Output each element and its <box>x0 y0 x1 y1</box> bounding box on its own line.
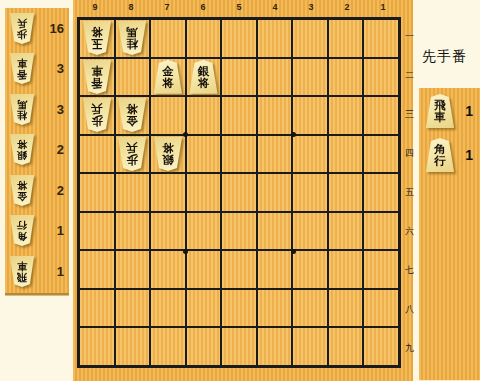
koma-kanji: 銀 <box>198 65 210 77</box>
cell-5-4[interactable] <box>222 136 256 173</box>
koma-kanji: 将 <box>198 77 210 89</box>
file-labels: 987654321 <box>77 0 401 14</box>
cell-5-2[interactable] <box>222 59 256 96</box>
cell-8-6[interactable] <box>116 213 150 250</box>
sente-hand-item: 飛車1 <box>419 88 480 132</box>
star-point <box>183 132 188 137</box>
koma-sente-hisha[interactable]: 飛車 <box>425 94 455 128</box>
cell-8-3[interactable]: 金将 <box>116 97 150 134</box>
shogi-board: 玉将桂馬香車金将銀将歩兵金将歩兵銀将 <box>77 17 401 368</box>
koma-kanji: 行 <box>17 220 27 231</box>
koma-kanji: 香 <box>91 77 103 89</box>
rank-label-3: 三 <box>402 95 417 134</box>
hand-count: 16 <box>50 21 64 36</box>
cell-4-9[interactable] <box>258 328 292 365</box>
cell-8-5[interactable] <box>116 174 150 211</box>
rank-label-5: 五 <box>402 173 417 212</box>
cell-6-5[interactable] <box>187 174 221 211</box>
cell-5-1[interactable] <box>222 20 256 57</box>
file-label-5: 5 <box>221 0 257 14</box>
koma-gote-kin[interactable]: 金将 <box>9 175 35 206</box>
cell-9-8[interactable] <box>80 290 114 327</box>
cell-9-4[interactable] <box>80 136 114 173</box>
cell-4-3[interactable] <box>258 97 292 134</box>
cell-3-8[interactable] <box>293 290 327 327</box>
cell-7-2[interactable]: 金将 <box>151 59 185 96</box>
cell-6-8[interactable] <box>187 290 221 327</box>
koma-kanji: 桂 <box>17 109 27 120</box>
board-region: 987654321 玉将桂馬香車金将銀将歩兵金将歩兵銀将 一二三四五六七八九 <box>73 0 413 381</box>
koma-gote-kyo[interactable]: 香車 <box>82 60 112 94</box>
koma-face: 金将 <box>153 60 183 94</box>
koma-sente-kaku[interactable]: 角行 <box>425 138 455 172</box>
koma-kanji: 飛 <box>434 99 446 111</box>
cell-2-3[interactable] <box>329 97 363 134</box>
koma-kanji: 行 <box>434 155 446 167</box>
hand-count: 2 <box>57 142 64 157</box>
cell-6-1[interactable] <box>187 20 221 57</box>
koma-kanji: 金 <box>162 65 174 77</box>
cell-3-7[interactable] <box>293 251 327 288</box>
koma-kanji: 桂 <box>127 38 139 50</box>
star-point <box>291 249 296 254</box>
koma-face: 香車 <box>82 60 112 94</box>
cell-1-6[interactable] <box>364 213 398 250</box>
cell-1-9[interactable] <box>364 328 398 365</box>
koma-gote-kei[interactable]: 桂馬 <box>117 21 147 55</box>
koma-kanji: 馬 <box>17 99 27 110</box>
cell-2-6[interactable] <box>329 213 363 250</box>
koma-kanji: 車 <box>17 58 27 69</box>
koma-face: 歩兵 <box>117 137 147 171</box>
gote-hand-item: 銀将2 <box>5 130 69 171</box>
hand-count: 1 <box>465 103 473 119</box>
cell-4-4[interactable] <box>258 136 292 173</box>
cell-3-6[interactable] <box>293 213 327 250</box>
cell-1-1[interactable] <box>364 20 398 57</box>
koma-face: 金将 <box>9 175 35 206</box>
hand-count: 1 <box>465 147 473 163</box>
koma-gote-kyo[interactable]: 香車 <box>9 53 35 84</box>
cell-7-8[interactable] <box>151 290 185 327</box>
cell-3-9[interactable] <box>293 328 327 365</box>
cell-6-2[interactable]: 銀将 <box>187 59 221 96</box>
koma-gote-kaku[interactable]: 角行 <box>9 215 35 246</box>
koma-sente-gin[interactable]: 銀将 <box>188 60 218 94</box>
cell-1-4[interactable] <box>364 136 398 173</box>
koma-face: 銀将 <box>153 137 183 171</box>
cell-6-6[interactable] <box>187 213 221 250</box>
koma-kanji: 兵 <box>127 142 139 154</box>
koma-kanji: 兵 <box>17 18 27 29</box>
cell-1-5[interactable] <box>364 174 398 211</box>
file-label-7: 7 <box>149 0 185 14</box>
koma-kanji: 歩 <box>17 28 27 39</box>
rank-label-4: 四 <box>402 134 417 173</box>
hand-count: 1 <box>57 223 64 238</box>
gote-hand-item: 香車3 <box>5 49 69 90</box>
cell-8-9[interactable] <box>116 328 150 365</box>
koma-kanji: 将 <box>91 26 103 38</box>
koma-face: 歩兵 <box>82 98 112 132</box>
file-label-3: 3 <box>293 0 329 14</box>
cell-1-3[interactable] <box>364 97 398 134</box>
koma-kanji: 金 <box>17 190 27 201</box>
koma-kanji: 車 <box>17 261 27 272</box>
cell-7-3[interactable] <box>151 97 185 134</box>
cell-7-7[interactable] <box>151 251 185 288</box>
cell-5-3[interactable] <box>222 97 256 134</box>
koma-kanji: 角 <box>17 231 27 242</box>
koma-kanji: 香 <box>17 69 27 80</box>
koma-face: 歩兵 <box>9 13 35 44</box>
cell-7-5[interactable] <box>151 174 185 211</box>
gote-hand-item: 歩兵16 <box>5 8 69 49</box>
cell-4-8[interactable] <box>258 290 292 327</box>
file-label-4: 4 <box>257 0 293 14</box>
cell-2-8[interactable] <box>329 290 363 327</box>
cell-7-9[interactable] <box>151 328 185 365</box>
gote-hand-tray: 歩兵16香車3桂馬3銀将2金将2角行1飛車1 <box>5 8 69 295</box>
cell-5-9[interactable] <box>222 328 256 365</box>
cell-3-5[interactable] <box>293 174 327 211</box>
sente-hand-tray: 飛車1角行1 <box>419 88 480 381</box>
cell-6-3[interactable] <box>187 97 221 134</box>
koma-face: 銀将 <box>188 60 218 94</box>
star-point <box>183 249 188 254</box>
gote-hand-item: 飛車1 <box>5 251 69 292</box>
hand-count: 1 <box>57 264 64 279</box>
koma-gote-hisha[interactable]: 飛車 <box>9 256 35 287</box>
cell-3-3[interactable] <box>293 97 327 134</box>
koma-kanji: 車 <box>434 111 446 123</box>
koma-gote-gin[interactable]: 銀将 <box>9 134 35 165</box>
file-label-8: 8 <box>113 0 149 14</box>
cell-1-8[interactable] <box>364 290 398 327</box>
gote-hand-item: 桂馬3 <box>5 89 69 130</box>
cell-1-7[interactable] <box>364 251 398 288</box>
cell-5-6[interactable] <box>222 213 256 250</box>
koma-kanji: 金 <box>127 115 139 127</box>
cell-4-6[interactable] <box>258 213 292 250</box>
koma-face: 桂馬 <box>117 21 147 55</box>
cell-8-1[interactable]: 桂馬 <box>116 20 150 57</box>
koma-kanji: 将 <box>162 142 174 154</box>
gote-hand-item: 金将2 <box>5 170 69 211</box>
cell-7-6[interactable] <box>151 213 185 250</box>
rank-label-8: 八 <box>402 290 417 329</box>
cell-7-1[interactable] <box>151 20 185 57</box>
cell-4-7[interactable] <box>258 251 292 288</box>
cell-2-1[interactable] <box>329 20 363 57</box>
koma-face: 飛車 <box>425 94 455 128</box>
koma-face: 桂馬 <box>9 94 35 125</box>
rank-labels: 一二三四五六七八九 <box>402 17 417 368</box>
koma-kanji: 角 <box>434 143 446 155</box>
koma-kanji: 銀 <box>162 154 174 166</box>
cell-6-7[interactable] <box>187 251 221 288</box>
cell-2-9[interactable] <box>329 328 363 365</box>
sente-hand-item: 角行1 <box>419 132 480 176</box>
file-label-2: 2 <box>329 0 365 14</box>
koma-gote-fu[interactable]: 歩兵 <box>82 98 112 132</box>
koma-face: 飛車 <box>9 256 35 287</box>
koma-sente-kin[interactable]: 金将 <box>153 60 183 94</box>
cell-8-2[interactable] <box>116 59 150 96</box>
file-label-9: 9 <box>77 0 113 14</box>
hand-count: 2 <box>57 183 64 198</box>
koma-kanji: 銀 <box>17 150 27 161</box>
koma-gote-fu[interactable]: 歩兵 <box>9 13 35 44</box>
cell-8-7[interactable] <box>116 251 150 288</box>
shogi-diagram: 歩兵16香車3桂馬3銀将2金将2角行1飛車1 987654321 玉将桂馬香車金… <box>0 0 480 381</box>
rank-label-1: 一 <box>402 17 417 56</box>
koma-kanji: 将 <box>162 77 174 89</box>
koma-gote-kei[interactable]: 桂馬 <box>9 94 35 125</box>
cell-6-4[interactable] <box>187 136 221 173</box>
koma-kanji: 歩 <box>91 115 103 127</box>
koma-face: 香車 <box>9 53 35 84</box>
koma-kanji: 飛 <box>17 271 27 282</box>
cell-9-2[interactable]: 香車 <box>80 59 114 96</box>
file-label-1: 1 <box>365 0 401 14</box>
rank-label-6: 六 <box>402 212 417 251</box>
cell-9-3[interactable]: 歩兵 <box>80 97 114 134</box>
koma-kanji: 将 <box>127 103 139 115</box>
rank-label-7: 七 <box>402 251 417 290</box>
koma-face: 玉将 <box>82 21 112 55</box>
cell-4-1[interactable] <box>258 20 292 57</box>
turn-indicator: 先手番 <box>422 48 467 66</box>
cell-3-1[interactable] <box>293 20 327 57</box>
koma-gote-gin[interactable]: 銀将 <box>153 137 183 171</box>
koma-gote-fu[interactable]: 歩兵 <box>117 137 147 171</box>
koma-face: 角行 <box>425 138 455 172</box>
cell-9-1[interactable]: 玉将 <box>80 20 114 57</box>
cell-2-4[interactable] <box>329 136 363 173</box>
rank-label-2: 二 <box>402 56 417 95</box>
cell-8-8[interactable] <box>116 290 150 327</box>
gote-hand-item: 角行1 <box>5 211 69 252</box>
cell-3-4[interactable] <box>293 136 327 173</box>
koma-kanji: 兵 <box>91 103 103 115</box>
cell-9-6[interactable] <box>80 213 114 250</box>
cell-2-2[interactable] <box>329 59 363 96</box>
cell-4-5[interactable] <box>258 174 292 211</box>
koma-kanji: 車 <box>91 65 103 77</box>
cell-8-4[interactable]: 歩兵 <box>116 136 150 173</box>
cell-9-9[interactable] <box>80 328 114 365</box>
cell-9-7[interactable] <box>80 251 114 288</box>
cell-9-5[interactable] <box>80 174 114 211</box>
star-point <box>291 132 296 137</box>
cell-5-5[interactable] <box>222 174 256 211</box>
cell-7-4[interactable]: 銀将 <box>151 136 185 173</box>
cell-1-2[interactable] <box>364 59 398 96</box>
hand-count: 3 <box>57 61 64 76</box>
koma-kanji: 馬 <box>127 26 139 38</box>
cell-5-8[interactable] <box>222 290 256 327</box>
file-label-6: 6 <box>185 0 221 14</box>
cell-6-9[interactable] <box>187 328 221 365</box>
koma-face: 角行 <box>9 215 35 246</box>
cell-5-7[interactable] <box>222 251 256 288</box>
rank-label-9: 九 <box>402 329 417 368</box>
cell-3-2[interactable] <box>293 59 327 96</box>
cell-2-7[interactable] <box>329 251 363 288</box>
koma-kanji: 将 <box>17 139 27 150</box>
koma-gote-kin[interactable]: 金将 <box>117 98 147 132</box>
koma-kanji: 将 <box>17 180 27 191</box>
koma-kanji: 歩 <box>127 154 139 166</box>
hand-count: 3 <box>57 102 64 117</box>
koma-face: 金将 <box>117 98 147 132</box>
koma-face: 銀将 <box>9 134 35 165</box>
koma-kanji: 玉 <box>91 38 103 50</box>
cell-2-5[interactable] <box>329 174 363 211</box>
koma-gote-gyoku[interactable]: 玉将 <box>82 21 112 55</box>
cell-4-2[interactable] <box>258 59 292 96</box>
